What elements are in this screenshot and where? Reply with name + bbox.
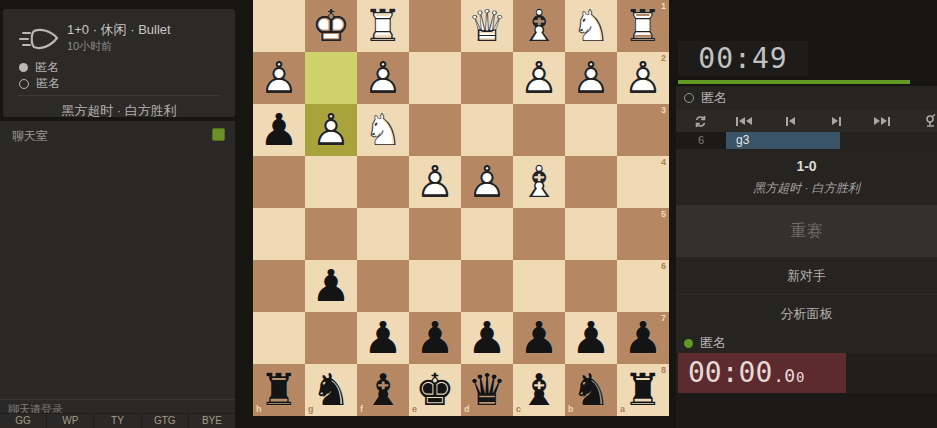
preset-bye-button[interactable]: BYE <box>188 414 235 428</box>
square-g8[interactable]: g♞ <box>305 364 357 416</box>
white-pawn-h2[interactable]: ♟♙ <box>253 52 305 104</box>
square-a5[interactable]: 5 <box>617 208 669 260</box>
move-g3-selected[interactable]: g3 <box>726 132 840 149</box>
game-score: 1-0 <box>676 149 937 174</box>
chess-board[interactable]: ♚♔♜♖♛♕♝♗♞♘1♜♖♟♙♟♙♟♙♟♙2♟♙♟♟♙♞♘3♟♙♟♙♝♗45♟6… <box>253 0 669 416</box>
white-rook-a1[interactable]: ♜♖ <box>617 0 669 52</box>
square-c6[interactable] <box>513 260 565 312</box>
black-pawn-d7[interactable]: ♟ <box>461 312 513 364</box>
square-g5[interactable] <box>305 208 357 260</box>
square-h4[interactable] <box>253 156 305 208</box>
square-e8[interactable]: e♚ <box>409 364 461 416</box>
game-time-control: 1+0 · 休闲 · Bullet <box>67 21 171 39</box>
chat-header: 聊天室 <box>0 121 235 147</box>
white-knight-f3[interactable]: ♞♘ <box>357 104 409 156</box>
square-d4[interactable]: ♟♙ <box>461 156 513 208</box>
white-pawn-g3[interactable]: ♟♙ <box>305 104 357 156</box>
black-king-e8[interactable]: ♚ <box>409 364 461 416</box>
square-e3[interactable] <box>409 104 461 156</box>
black-clock-tenths: .0 <box>773 365 795 386</box>
preset-gtg-button[interactable]: GTG <box>141 414 188 428</box>
white-bishop-c4[interactable]: ♝♗ <box>513 156 565 208</box>
rank-label-5: 5 <box>661 210 666 219</box>
player-bottom-status-icon <box>684 339 693 348</box>
black-pawn-c7[interactable]: ♟ <box>513 312 565 364</box>
square-d1[interactable]: ♛♕ <box>461 0 513 52</box>
square-h3[interactable]: ♟ <box>253 104 305 156</box>
replay-controls <box>676 110 937 132</box>
square-a8[interactable]: 8a♜ <box>617 364 669 416</box>
black-bishop-f8[interactable]: ♝ <box>357 364 409 416</box>
square-c4[interactable]: ♝♗ <box>513 156 565 208</box>
white-pawn-f2[interactable]: ♟♙ <box>357 52 409 104</box>
white-pawn-d4[interactable]: ♟♙ <box>461 156 513 208</box>
chat-preset-buttons: GG WP TY GTG BYE <box>0 413 235 428</box>
move-number: 6 <box>676 132 726 149</box>
square-a7[interactable]: 7♟ <box>617 312 669 364</box>
square-g2[interactable] <box>305 52 357 104</box>
black-clock-flagged: 00:00 .0 0 <box>678 353 846 393</box>
square-a6[interactable]: 6 <box>617 260 669 312</box>
square-g6[interactable]: ♟ <box>305 260 357 312</box>
game-meta-panel: 1+0 · 休闲 · Bullet 10小时前 匿名 匿名 黑方超时 · 白方胜… <box>3 9 235 117</box>
white-pawn-a2[interactable]: ♟♙ <box>617 52 669 104</box>
square-d8[interactable]: d♛ <box>461 364 513 416</box>
square-d5[interactable] <box>461 208 513 260</box>
square-f1[interactable]: ♜♖ <box>357 0 409 52</box>
black-clock-main: 00:00 <box>688 353 772 393</box>
prev-move-icon[interactable] <box>786 110 795 132</box>
player-row-top: 匿名 <box>676 86 937 110</box>
black-pawn-g6[interactable]: ♟ <box>305 260 357 312</box>
white-knight-b1[interactable]: ♞♘ <box>565 0 617 52</box>
time-gauge-bar <box>678 80 910 84</box>
game-side-panel: 00:49 匿名 6 g3 1-0 黑方超时 · <box>676 0 937 428</box>
chat-panel: 聊天室 聊天请登录 GG WP TY GTG BYE <box>0 121 235 428</box>
square-e5[interactable] <box>409 208 461 260</box>
player-row-bottom: 匿名 <box>676 333 937 353</box>
square-d7[interactable]: ♟ <box>461 312 513 364</box>
black-knight-g8[interactable]: ♞ <box>305 364 357 416</box>
square-c1[interactable]: ♝♗ <box>513 0 565 52</box>
preset-wp-button[interactable]: WP <box>46 414 93 428</box>
square-e4[interactable]: ♟♙ <box>409 156 461 208</box>
square-f2[interactable]: ♟♙ <box>357 52 409 104</box>
rank-label-6: 6 <box>661 262 666 271</box>
black-pawn-f7[interactable]: ♟ <box>357 312 409 364</box>
square-f4[interactable] <box>357 156 409 208</box>
square-h1[interactable] <box>253 0 305 52</box>
white-bishop-c1[interactable]: ♝♗ <box>513 0 565 52</box>
player-bottom-name[interactable]: 匿名 <box>700 334 726 352</box>
player-top-status-icon <box>684 93 694 103</box>
square-h7[interactable] <box>253 312 305 364</box>
square-g4[interactable] <box>305 156 357 208</box>
new-opponent-button[interactable]: 新对手 <box>676 257 937 295</box>
square-e6[interactable] <box>409 260 461 312</box>
square-a2[interactable]: 2♟♙ <box>617 52 669 104</box>
square-g7[interactable] <box>305 312 357 364</box>
rank-label-4: 4 <box>661 158 666 167</box>
black-pawn-h3[interactable]: ♟ <box>253 104 305 156</box>
square-g3[interactable]: ♟♙ <box>305 104 357 156</box>
meta-result-text: 黑方超时 · 白方胜利 <box>3 102 235 120</box>
analysis-board-button[interactable]: 分析面板 <box>676 295 937 333</box>
square-f3[interactable]: ♞♘ <box>357 104 409 156</box>
first-move-icon[interactable] <box>736 110 752 132</box>
preset-ty-button[interactable]: TY <box>93 414 140 428</box>
square-e1[interactable] <box>409 0 461 52</box>
chat-title: 聊天室 <box>12 128 48 145</box>
chat-toggle[interactable] <box>212 128 225 141</box>
square-d3[interactable] <box>461 104 513 156</box>
square-c2[interactable]: ♟♙ <box>513 52 565 104</box>
rematch-button[interactable]: 重赛 <box>676 205 937 257</box>
square-h2[interactable]: ♟♙ <box>253 52 305 104</box>
black-knight-b8[interactable]: ♞ <box>565 364 617 416</box>
preset-gg-button[interactable]: GG <box>0 414 46 428</box>
next-move-icon[interactable] <box>832 110 841 132</box>
black-pawn-e7[interactable]: ♟ <box>409 312 461 364</box>
square-b7[interactable]: ♟ <box>565 312 617 364</box>
white-pawn-c2[interactable]: ♟♙ <box>513 52 565 104</box>
panel-bottom-fill <box>676 393 937 428</box>
square-b3[interactable] <box>565 104 617 156</box>
last-move-icon[interactable] <box>874 110 890 132</box>
square-f8[interactable]: f♝ <box>357 364 409 416</box>
white-queen-d1[interactable]: ♛♕ <box>461 0 513 52</box>
bullet-icon <box>19 25 61 53</box>
white-clock: 00:49 <box>678 41 808 76</box>
square-b4[interactable] <box>565 156 617 208</box>
black-clock-row: 00:00 .0 0 <box>676 353 937 393</box>
square-c7[interactable]: ♟ <box>513 312 565 364</box>
square-h5[interactable] <box>253 208 305 260</box>
square-f7[interactable]: ♟ <box>357 312 409 364</box>
white-pawn-e4[interactable]: ♟♙ <box>409 156 461 208</box>
result-description: 黑方超时 · 白方胜利 <box>676 180 937 197</box>
white-king-g1[interactable]: ♚♔ <box>305 0 357 52</box>
square-h6[interactable] <box>253 260 305 312</box>
white-player-name: 匿名 <box>35 59 59 76</box>
white-rook-f1[interactable]: ♜♖ <box>357 0 409 52</box>
square-g1[interactable]: ♚♔ <box>305 0 357 52</box>
game-age: 10小时前 <box>67 39 112 54</box>
flip-icon[interactable] <box>694 110 707 132</box>
black-rook-h8[interactable]: ♜ <box>253 364 305 416</box>
square-b8[interactable]: b♞ <box>565 364 617 416</box>
square-d2[interactable] <box>461 52 513 104</box>
chat-login-note: 聊天请登录 <box>0 399 235 414</box>
meta-divider <box>17 95 221 96</box>
square-b5[interactable] <box>565 208 617 260</box>
meta-player-black: 匿名 <box>19 75 60 92</box>
black-pawn-a7[interactable]: ♟ <box>617 312 669 364</box>
square-e7[interactable]: ♟ <box>409 312 461 364</box>
black-bishop-c8[interactable]: ♝ <box>513 364 565 416</box>
square-b1[interactable]: ♞♘ <box>565 0 617 52</box>
black-pawn-b7[interactable]: ♟ <box>565 312 617 364</box>
analysis-icon[interactable] <box>924 110 937 132</box>
black-player-name: 匿名 <box>36 75 60 92</box>
square-a4[interactable]: 4 <box>617 156 669 208</box>
square-e2[interactable] <box>409 52 461 104</box>
square-f6[interactable] <box>357 260 409 312</box>
square-c3[interactable] <box>513 104 565 156</box>
square-c5[interactable] <box>513 208 565 260</box>
square-b6[interactable] <box>565 260 617 312</box>
rank-label-3: 3 <box>661 106 666 115</box>
meta-player-white: 匿名 <box>19 59 59 76</box>
black-clock-hundredths: 0 <box>796 369 804 385</box>
square-a3[interactable]: 3 <box>617 104 669 156</box>
move-list-row: 6 g3 <box>676 132 937 149</box>
white-pawn-b2[interactable]: ♟♙ <box>565 52 617 104</box>
square-f5[interactable] <box>357 208 409 260</box>
square-h8[interactable]: h♜ <box>253 364 305 416</box>
black-player-icon <box>19 79 29 89</box>
square-d6[interactable] <box>461 260 513 312</box>
black-rook-a8[interactable]: ♜ <box>617 364 669 416</box>
result-block: 1-0 黑方超时 · 白方胜利 <box>676 149 937 205</box>
square-a1[interactable]: 1♜♖ <box>617 0 669 52</box>
square-b2[interactable]: ♟♙ <box>565 52 617 104</box>
black-queen-d8[interactable]: ♛ <box>461 364 513 416</box>
white-player-icon <box>19 63 28 72</box>
square-c8[interactable]: c♝ <box>513 364 565 416</box>
player-top-name[interactable]: 匿名 <box>701 89 727 107</box>
